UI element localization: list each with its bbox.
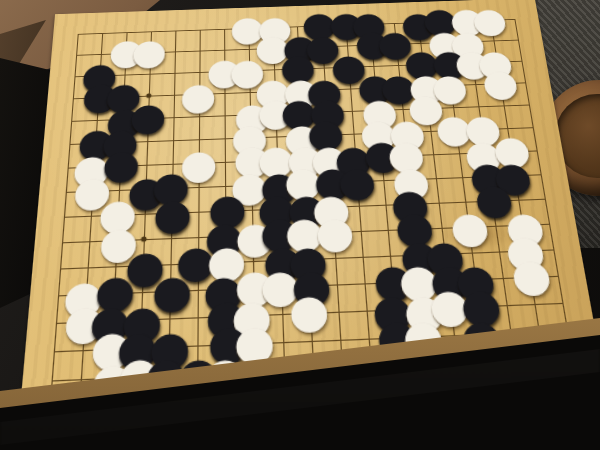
intersection[interactable]	[160, 105, 186, 129]
intersection[interactable]	[49, 204, 78, 230]
intersection[interactable]: ●	[486, 72, 514, 95]
intersection[interactable]: ●	[186, 82, 211, 105]
intersection[interactable]	[65, 23, 91, 45]
intersection[interactable]	[162, 41, 187, 63]
intersection[interactable]	[297, 326, 327, 356]
intersection[interactable]	[47, 229, 76, 256]
intersection[interactable]	[324, 297, 354, 326]
intersection[interactable]: ●	[137, 41, 162, 63]
intersection[interactable]	[518, 290, 550, 319]
intersection[interactable]: ●	[514, 263, 546, 291]
intersection[interactable]	[346, 218, 375, 245]
intersection[interactable]	[526, 162, 556, 187]
intersection[interactable]: ●	[296, 299, 325, 328]
intersection[interactable]	[187, 19, 212, 40]
intersection[interactable]	[542, 262, 574, 290]
intersection[interactable]	[511, 71, 540, 94]
intersection[interactable]	[514, 93, 543, 116]
intersection[interactable]	[38, 336, 69, 366]
intersection[interactable]	[546, 289, 578, 318]
intersection[interactable]: ●	[158, 200, 185, 226]
intersection[interactable]	[501, 8, 529, 29]
photo-scene: ●●●●●●●●●●●●●●●●●●●●●●●●●●●●●●●●●●●●●●●●…	[0, 0, 600, 450]
intersection[interactable]	[186, 105, 212, 129]
